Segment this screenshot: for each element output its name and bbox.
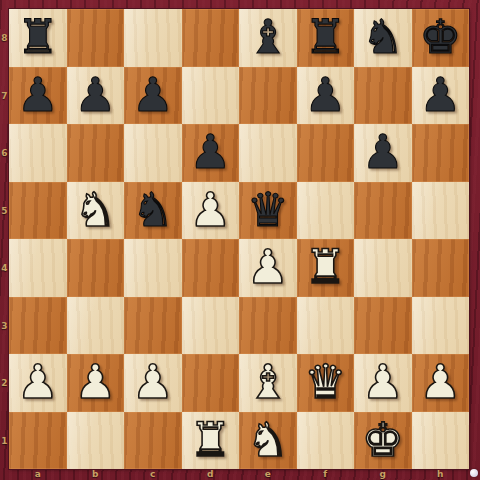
black-pawn-b7[interactable]: ♟ [74,71,116,118]
side-to-move-indicator [470,469,478,477]
white-knight-e1[interactable]: ♞ [247,416,289,463]
square-b5[interactable]: ♞ [67,182,125,240]
square-h3[interactable] [412,297,470,355]
square-a6[interactable] [9,124,67,182]
square-a4[interactable] [9,239,67,297]
white-pawn-b2[interactable]: ♟ [74,358,116,405]
square-e6[interactable] [239,124,297,182]
black-pawn-a7[interactable]: ♟ [17,71,59,118]
square-e4[interactable]: ♟ [239,239,297,297]
square-d3[interactable] [182,297,240,355]
square-f5[interactable] [297,182,355,240]
white-bishop-e2[interactable]: ♝ [247,358,289,405]
square-h4[interactable] [412,239,470,297]
file-label-f: f [297,469,355,480]
square-h5[interactable] [412,182,470,240]
square-b7[interactable]: ♟ [67,67,125,125]
black-bishop-e8[interactable]: ♝ [247,13,289,60]
square-c3[interactable] [124,297,182,355]
square-c2[interactable]: ♟ [124,354,182,412]
square-h7[interactable]: ♟ [412,67,470,125]
file-label-e: e [239,469,297,480]
square-f8[interactable]: ♜ [297,9,355,67]
square-d7[interactable] [182,67,240,125]
square-b6[interactable] [67,124,125,182]
rank-label-6: 6 [0,148,9,158]
square-h6[interactable] [412,124,470,182]
white-pawn-c2[interactable]: ♟ [132,358,174,405]
black-knight-c5[interactable]: ♞ [132,186,174,233]
square-g1[interactable]: ♚ [354,412,412,470]
rank-label-7: 7 [0,91,9,101]
square-e2[interactable]: ♝ [239,354,297,412]
square-g4[interactable] [354,239,412,297]
square-f4[interactable]: ♜ [297,239,355,297]
square-g3[interactable] [354,297,412,355]
square-e3[interactable] [239,297,297,355]
black-rook-a8[interactable]: ♜ [17,13,59,60]
square-f6[interactable] [297,124,355,182]
square-d2[interactable] [182,354,240,412]
black-pawn-g6[interactable]: ♟ [362,128,404,175]
square-h8[interactable]: ♚ [412,9,470,67]
square-b8[interactable] [67,9,125,67]
rank-label-8: 8 [0,33,9,43]
square-f2[interactable]: ♛ [297,354,355,412]
square-a3[interactable] [9,297,67,355]
square-d6[interactable]: ♟ [182,124,240,182]
square-g8[interactable]: ♞ [354,9,412,67]
square-b1[interactable] [67,412,125,470]
square-h2[interactable]: ♟ [412,354,470,412]
file-label-b: b [67,469,125,480]
square-h1[interactable] [412,412,470,470]
square-g7[interactable] [354,67,412,125]
square-b4[interactable] [67,239,125,297]
black-pawn-f7[interactable]: ♟ [304,71,346,118]
square-f1[interactable] [297,412,355,470]
white-rook-d1[interactable]: ♜ [189,416,231,463]
square-c1[interactable] [124,412,182,470]
white-rook-f4[interactable]: ♜ [304,243,346,290]
rank-labels: 87654321 [0,9,9,469]
file-label-h: h [412,469,470,480]
rank-label-4: 4 [0,263,9,273]
square-b2[interactable]: ♟ [67,354,125,412]
file-label-c: c [124,469,182,480]
white-pawn-d5[interactable]: ♟ [189,186,231,233]
square-a7[interactable]: ♟ [9,67,67,125]
square-e5[interactable]: ♛ [239,182,297,240]
white-pawn-g2[interactable]: ♟ [362,358,404,405]
square-c4[interactable] [124,239,182,297]
square-d8[interactable] [182,9,240,67]
square-d4[interactable] [182,239,240,297]
white-knight-b5[interactable]: ♞ [74,186,116,233]
square-e1[interactable]: ♞ [239,412,297,470]
square-a8[interactable]: ♜ [9,9,67,67]
square-a1[interactable] [9,412,67,470]
black-knight-g8[interactable]: ♞ [362,13,404,60]
square-e7[interactable] [239,67,297,125]
square-e8[interactable]: ♝ [239,9,297,67]
square-b3[interactable] [67,297,125,355]
file-labels: abcdefgh [9,469,469,480]
square-g2[interactable]: ♟ [354,354,412,412]
square-c8[interactable] [124,9,182,67]
file-label-d: d [182,469,240,480]
rank-label-3: 3 [0,321,9,331]
chess-board: ♜♝♜♞♚♟♟♟♟♟♟♟♞♞♟♛♟♜♟♟♟♝♛♟♟♜♞♚ [9,9,469,469]
square-g6[interactable]: ♟ [354,124,412,182]
white-pawn-a2[interactable]: ♟ [17,358,59,405]
square-c6[interactable] [124,124,182,182]
white-pawn-e4[interactable]: ♟ [247,243,289,290]
square-g5[interactable] [354,182,412,240]
black-king-h8[interactable]: ♚ [419,13,461,60]
rank-label-2: 2 [0,378,9,388]
file-label-a: a [9,469,67,480]
square-a2[interactable]: ♟ [9,354,67,412]
square-d1[interactable]: ♜ [182,412,240,470]
black-rook-f8[interactable]: ♜ [304,13,346,60]
square-d5[interactable]: ♟ [182,182,240,240]
black-pawn-c7[interactable]: ♟ [132,71,174,118]
square-f3[interactable] [297,297,355,355]
black-queen-e5[interactable]: ♛ [247,186,289,233]
rank-label-5: 5 [0,206,9,216]
square-a5[interactable] [9,182,67,240]
square-c7[interactable]: ♟ [124,67,182,125]
black-pawn-d6[interactable]: ♟ [189,128,231,175]
black-pawn-h7[interactable]: ♟ [419,71,461,118]
square-c5[interactable]: ♞ [124,182,182,240]
rank-label-1: 1 [0,436,9,446]
white-queen-f2[interactable]: ♛ [304,358,346,405]
square-f7[interactable]: ♟ [297,67,355,125]
chess-board-frame: 87654321 ♜♝♜♞♚♟♟♟♟♟♟♟♞♞♟♛♟♜♟♟♟♝♛♟♟♜♞♚ ab… [0,0,480,480]
white-king-g1[interactable]: ♚ [362,416,404,463]
white-pawn-h2[interactable]: ♟ [419,358,461,405]
file-label-g: g [354,469,412,480]
